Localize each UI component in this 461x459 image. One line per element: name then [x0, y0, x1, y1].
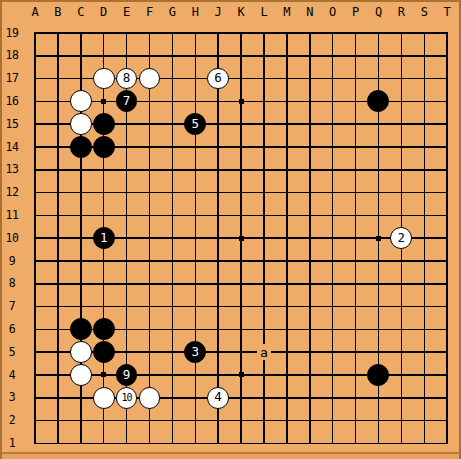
- board-point-L2: [252, 409, 275, 432]
- board-point-O10: [321, 227, 344, 250]
- board-point-J11: [207, 204, 230, 227]
- board-point-D6: [92, 318, 115, 341]
- board-point-T4: [436, 364, 459, 387]
- board-point-H6: [184, 318, 207, 341]
- board-point-G8: [161, 272, 184, 295]
- board-point-M3: [275, 386, 298, 409]
- board-point-E2: [115, 409, 138, 432]
- board-point-B6: [46, 318, 69, 341]
- board-point-K15: [230, 113, 253, 136]
- board-point-B9: [46, 250, 69, 273]
- board-point-T1: [436, 432, 459, 455]
- board-point-J4: [207, 364, 230, 387]
- board-point-F7: [138, 295, 161, 318]
- board-point-E8: [115, 272, 138, 295]
- board-point-S12: [413, 181, 436, 204]
- column-label: N: [299, 5, 321, 20]
- board-point-F12: [138, 181, 161, 204]
- board-point-O8: [321, 272, 344, 295]
- board-point-S9: [413, 250, 436, 273]
- board-point-K11: [230, 204, 253, 227]
- board-point-T14: [436, 136, 459, 159]
- board-point-G1: [161, 432, 184, 455]
- board-point-M18: [275, 44, 298, 67]
- row-label: 6: [2, 322, 22, 337]
- board-point-N17: [298, 67, 321, 90]
- board-point-N9: [298, 250, 321, 273]
- board-point-G10: [161, 227, 184, 250]
- board-point-F14: [138, 136, 161, 159]
- board-point-F17: [138, 67, 161, 90]
- board-point-P1: [344, 432, 367, 455]
- board-point-E13: [115, 158, 138, 181]
- board-point-G12: [161, 181, 184, 204]
- white-stone: [139, 68, 161, 90]
- white-stone: [70, 113, 92, 135]
- board-point-M10: [275, 227, 298, 250]
- column-label: J: [207, 5, 229, 20]
- board-point-M14: [275, 136, 298, 159]
- board-point-H4: [184, 364, 207, 387]
- board-point-F9: [138, 250, 161, 273]
- board-point-A14: [24, 136, 47, 159]
- board-point-S6: [413, 318, 436, 341]
- board-point-G15: [161, 113, 184, 136]
- board-point-D5: [92, 341, 115, 364]
- row-label: 11: [2, 208, 22, 223]
- board-point-B14: [46, 136, 69, 159]
- board-point-B4: [46, 364, 69, 387]
- row-label: 13: [2, 162, 22, 177]
- board-point-G2: [161, 409, 184, 432]
- board-point-S16: [413, 90, 436, 113]
- board-point-P5: [344, 341, 367, 364]
- board-point-K19: [230, 22, 253, 45]
- board-point-H8: [184, 272, 207, 295]
- board-point-K17: [230, 67, 253, 90]
- board-point-Q19: [367, 22, 390, 45]
- board-point-T15: [436, 113, 459, 136]
- row-label: 15: [2, 117, 22, 132]
- move-number: 10: [122, 393, 132, 403]
- board-point-L11: [252, 204, 275, 227]
- board-point-C5: [69, 341, 92, 364]
- board-point-G14: [161, 136, 184, 159]
- white-stone: 4: [207, 387, 229, 409]
- board-point-K10: [230, 227, 253, 250]
- board-point-T18: [436, 44, 459, 67]
- board-point-R7: [390, 295, 413, 318]
- board-point-D9: [92, 250, 115, 273]
- board-point-E11: [115, 204, 138, 227]
- board-point-E9: [115, 250, 138, 273]
- board-point-G6: [161, 318, 184, 341]
- board-point-Q17: [367, 67, 390, 90]
- board-point-A11: [24, 204, 47, 227]
- board-point-A5: [24, 341, 47, 364]
- intersection-grid: 8675123a9104: [24, 22, 459, 455]
- row-label: 16: [2, 94, 22, 109]
- board-point-K16: [230, 90, 253, 113]
- board-point-J12: [207, 181, 230, 204]
- board-point-N14: [298, 136, 321, 159]
- board-point-G18: [161, 44, 184, 67]
- board-point-L9: [252, 250, 275, 273]
- board-point-Q2: [367, 409, 390, 432]
- white-stone: [93, 68, 115, 90]
- black-stone: [70, 318, 92, 340]
- board-point-N2: [298, 409, 321, 432]
- board-point-M12: [275, 181, 298, 204]
- row-label: 18: [2, 48, 22, 63]
- board-point-N11: [298, 204, 321, 227]
- board-point-E4: 9: [115, 364, 138, 387]
- column-label: L: [253, 5, 275, 20]
- board-point-Q15: [367, 113, 390, 136]
- board-point-C12: [69, 181, 92, 204]
- board-point-S11: [413, 204, 436, 227]
- board-point-O6: [321, 318, 344, 341]
- board-point-M17: [275, 67, 298, 90]
- board-point-P8: [344, 272, 367, 295]
- move-number: 9: [123, 369, 131, 382]
- board-point-N16: [298, 90, 321, 113]
- board-point-H9: [184, 250, 207, 273]
- board-point-F6: [138, 318, 161, 341]
- board-point-C8: [69, 272, 92, 295]
- row-label: 8: [2, 276, 22, 291]
- board-point-C16: [69, 90, 92, 113]
- board-point-C6: [69, 318, 92, 341]
- board-point-R4: [390, 364, 413, 387]
- column-label: R: [390, 5, 412, 20]
- black-stone: 7: [116, 90, 138, 112]
- star-point: [376, 236, 381, 241]
- board-point-O9: [321, 250, 344, 273]
- go-board: ABCDEFGHJKLMNOPQRST 19181716151413121110…: [0, 0, 461, 459]
- board-point-P6: [344, 318, 367, 341]
- board-point-B7: [46, 295, 69, 318]
- board-point-R15: [390, 113, 413, 136]
- move-number: 1: [100, 232, 108, 245]
- board-point-A18: [24, 44, 47, 67]
- board-point-P11: [344, 204, 367, 227]
- white-stone: 2: [390, 227, 412, 249]
- board-point-A9: [24, 250, 47, 273]
- board-point-N1: [298, 432, 321, 455]
- column-label: Q: [368, 5, 390, 20]
- board-point-L10: [252, 227, 275, 250]
- row-label: 1: [2, 436, 22, 451]
- board-point-R13: [390, 158, 413, 181]
- row-label: 7: [2, 299, 22, 314]
- board-point-D1: [92, 432, 115, 455]
- board-point-J6: [207, 318, 230, 341]
- board-point-F8: [138, 272, 161, 295]
- column-label: P: [345, 5, 367, 20]
- board-point-R5: [390, 341, 413, 364]
- board-point-E7: [115, 295, 138, 318]
- board-point-Q16: [367, 90, 390, 113]
- board-point-D7: [92, 295, 115, 318]
- board-point-J13: [207, 158, 230, 181]
- board-point-R12: [390, 181, 413, 204]
- board-point-D3: [92, 386, 115, 409]
- board-point-C4: [69, 364, 92, 387]
- board-point-A2: [24, 409, 47, 432]
- board-point-C19: [69, 22, 92, 45]
- board-point-N10: [298, 227, 321, 250]
- board-point-T9: [436, 250, 459, 273]
- board-point-S13: [413, 158, 436, 181]
- board-point-S18: [413, 44, 436, 67]
- board-point-C2: [69, 409, 92, 432]
- board-point-R1: [390, 432, 413, 455]
- board-point-B15: [46, 113, 69, 136]
- board-point-S14: [413, 136, 436, 159]
- board-point-Q11: [367, 204, 390, 227]
- board-point-H1: [184, 432, 207, 455]
- row-label: 10: [2, 231, 22, 246]
- board-point-E17: 8: [115, 67, 138, 90]
- board-point-G9: [161, 250, 184, 273]
- board-point-B2: [46, 409, 69, 432]
- board-point-O15: [321, 113, 344, 136]
- board-point-J2: [207, 409, 230, 432]
- board-point-T17: [436, 67, 459, 90]
- board-point-Q7: [367, 295, 390, 318]
- board-point-H15: 5: [184, 113, 207, 136]
- board-point-Q14: [367, 136, 390, 159]
- black-stone: [93, 318, 115, 340]
- board-point-E3: 10: [115, 386, 138, 409]
- board-point-L8: [252, 272, 275, 295]
- board-point-P7: [344, 295, 367, 318]
- column-label: A: [24, 5, 46, 20]
- board-point-B13: [46, 158, 69, 181]
- board-point-N13: [298, 158, 321, 181]
- black-stone: [367, 90, 389, 112]
- column-label: T: [436, 5, 458, 20]
- board-point-O11: [321, 204, 344, 227]
- board-point-N8: [298, 272, 321, 295]
- board-point-P19: [344, 22, 367, 45]
- board-point-B19: [46, 22, 69, 45]
- board-point-O1: [321, 432, 344, 455]
- board-point-J19: [207, 22, 230, 45]
- board-point-S19: [413, 22, 436, 45]
- board-point-J17: 6: [207, 67, 230, 90]
- board-point-J3: 4: [207, 386, 230, 409]
- white-stone: [93, 387, 115, 409]
- board-point-M4: [275, 364, 298, 387]
- board-point-H19: [184, 22, 207, 45]
- board-point-G4: [161, 364, 184, 387]
- board-point-J14: [207, 136, 230, 159]
- board-point-B11: [46, 204, 69, 227]
- board-point-S5: [413, 341, 436, 364]
- board-point-F4: [138, 364, 161, 387]
- board-point-A7: [24, 295, 47, 318]
- board-point-N7: [298, 295, 321, 318]
- board-point-L5: a: [252, 341, 275, 364]
- board-point-P13: [344, 158, 367, 181]
- board-point-N12: [298, 181, 321, 204]
- board-point-T8: [436, 272, 459, 295]
- board-point-T5: [436, 341, 459, 364]
- column-label: G: [161, 5, 183, 20]
- board-point-A1: [24, 432, 47, 455]
- board-point-F19: [138, 22, 161, 45]
- board-point-A4: [24, 364, 47, 387]
- board-point-D12: [92, 181, 115, 204]
- board-point-D16: [92, 90, 115, 113]
- board-point-F11: [138, 204, 161, 227]
- board-point-P15: [344, 113, 367, 136]
- board-point-A17: [24, 67, 47, 90]
- board-point-C10: [69, 227, 92, 250]
- board-point-P18: [344, 44, 367, 67]
- board-point-M7: [275, 295, 298, 318]
- board-point-M19: [275, 22, 298, 45]
- board-point-K13: [230, 158, 253, 181]
- move-number: 4: [214, 391, 222, 404]
- board-point-G19: [161, 22, 184, 45]
- board-point-D14: [92, 136, 115, 159]
- board-point-Q12: [367, 181, 390, 204]
- board-point-D18: [92, 44, 115, 67]
- board-point-N5: [298, 341, 321, 364]
- board-point-L16: [252, 90, 275, 113]
- board-point-T16: [436, 90, 459, 113]
- board-point-J7: [207, 295, 230, 318]
- board-point-E19: [115, 22, 138, 45]
- star-point: [239, 99, 244, 104]
- board-point-D13: [92, 158, 115, 181]
- row-label: 3: [2, 390, 22, 405]
- board-point-C7: [69, 295, 92, 318]
- board-point-O2: [321, 409, 344, 432]
- board-point-M16: [275, 90, 298, 113]
- board-point-C1: [69, 432, 92, 455]
- board-point-M11: [275, 204, 298, 227]
- row-label: 5: [2, 345, 22, 360]
- board-point-O17: [321, 67, 344, 90]
- board-point-E16: 7: [115, 90, 138, 113]
- board-point-F1: [138, 432, 161, 455]
- white-stone: 10: [116, 387, 138, 409]
- board-point-B17: [46, 67, 69, 90]
- board-point-R8: [390, 272, 413, 295]
- move-number: 7: [123, 95, 131, 108]
- column-label: O: [322, 5, 344, 20]
- board-point-T13: [436, 158, 459, 181]
- board-point-Q10: [367, 227, 390, 250]
- board-point-G3: [161, 386, 184, 409]
- row-label: 12: [2, 185, 22, 200]
- board-point-T10: [436, 227, 459, 250]
- board-point-Q18: [367, 44, 390, 67]
- board-point-H7: [184, 295, 207, 318]
- board-point-D8: [92, 272, 115, 295]
- board-point-G13: [161, 158, 184, 181]
- board-point-R18: [390, 44, 413, 67]
- board-point-H16: [184, 90, 207, 113]
- board-point-K18: [230, 44, 253, 67]
- board-point-J8: [207, 272, 230, 295]
- board-point-M2: [275, 409, 298, 432]
- board-point-L7: [252, 295, 275, 318]
- column-label: B: [47, 5, 69, 20]
- board-point-M13: [275, 158, 298, 181]
- board-point-B18: [46, 44, 69, 67]
- row-label: 19: [2, 26, 22, 41]
- black-stone: 3: [184, 341, 206, 363]
- board-point-D11: [92, 204, 115, 227]
- board-point-K14: [230, 136, 253, 159]
- board-point-F2: [138, 409, 161, 432]
- board-point-L17: [252, 67, 275, 90]
- board-point-H10: [184, 227, 207, 250]
- board-point-R17: [390, 67, 413, 90]
- board-point-S4: [413, 364, 436, 387]
- board-point-N15: [298, 113, 321, 136]
- board-point-L12: [252, 181, 275, 204]
- board-point-S1: [413, 432, 436, 455]
- board-point-D19: [92, 22, 115, 45]
- board-point-L3: [252, 386, 275, 409]
- board-point-J16: [207, 90, 230, 113]
- board-point-J10: [207, 227, 230, 250]
- board-point-E5: [115, 341, 138, 364]
- board-point-N6: [298, 318, 321, 341]
- board-point-T11: [436, 204, 459, 227]
- board-point-L18: [252, 44, 275, 67]
- board-point-F5: [138, 341, 161, 364]
- move-number: 8: [123, 72, 131, 85]
- board-point-P4: [344, 364, 367, 387]
- board-point-P2: [344, 409, 367, 432]
- board-point-C17: [69, 67, 92, 90]
- board-point-P3: [344, 386, 367, 409]
- board-point-S8: [413, 272, 436, 295]
- board-point-J1: [207, 432, 230, 455]
- board-point-G11: [161, 204, 184, 227]
- board-point-P16: [344, 90, 367, 113]
- column-label: C: [70, 5, 92, 20]
- board-point-A19: [24, 22, 47, 45]
- board-point-M5: [275, 341, 298, 364]
- column-label: E: [116, 5, 138, 20]
- white-stone: [70, 90, 92, 112]
- move-number: 5: [191, 118, 199, 131]
- board-point-G17: [161, 67, 184, 90]
- board-point-C3: [69, 386, 92, 409]
- row-label: 2: [2, 413, 22, 428]
- board-point-K4: [230, 364, 253, 387]
- column-label: H: [184, 5, 206, 20]
- board-point-O18: [321, 44, 344, 67]
- board-point-F16: [138, 90, 161, 113]
- board-point-P14: [344, 136, 367, 159]
- board-point-K12: [230, 181, 253, 204]
- column-label: D: [93, 5, 115, 20]
- board-point-A15: [24, 113, 47, 136]
- board-point-D2: [92, 409, 115, 432]
- board-point-O19: [321, 22, 344, 45]
- board-point-C14: [69, 136, 92, 159]
- board-point-Q8: [367, 272, 390, 295]
